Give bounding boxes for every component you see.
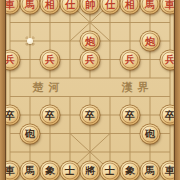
piece-red-soldier[interactable]: 兵 — [41, 50, 60, 69]
piece-label: 炮 — [81, 32, 100, 51]
piece-red-cannon[interactable]: 炮 — [81, 32, 100, 51]
piece-label: 馬 — [21, 161, 40, 180]
board-frame-left — [0, 0, 6, 180]
piece-label: 卒 — [81, 106, 100, 125]
piece-black-soldier[interactable]: 卒 — [81, 106, 100, 125]
xiangqi-board: 楚河 漢界 車馬相仕帥仕相馬車炮炮兵兵兵兵兵卒卒卒卒卒砲砲車馬象士將士象馬車 — [0, 0, 180, 180]
piece-label: 帥 — [81, 0, 100, 14]
piece-red-advisor[interactable]: 仕 — [61, 0, 80, 14]
piece-label: 仕 — [101, 0, 120, 14]
piece-black-elephant[interactable]: 象 — [121, 161, 140, 180]
piece-label: 砲 — [21, 124, 40, 143]
board-frame-right — [174, 0, 180, 180]
piece-red-horse[interactable]: 馬 — [141, 0, 160, 14]
river-label-right: 漢界 — [117, 80, 154, 95]
river-label-left: 楚河 — [28, 80, 65, 95]
piece-red-elephant[interactable]: 相 — [41, 0, 60, 14]
piece-red-soldier[interactable]: 兵 — [81, 50, 100, 69]
piece-label: 象 — [41, 161, 60, 180]
piece-black-general[interactable]: 將 — [81, 161, 100, 180]
piece-label: 士 — [101, 161, 120, 180]
piece-label: 象 — [121, 161, 140, 180]
piece-label: 馬 — [141, 0, 160, 14]
piece-black-advisor[interactable]: 士 — [61, 161, 80, 180]
piece-red-cannon[interactable]: 炮 — [141, 32, 160, 51]
piece-black-advisor[interactable]: 士 — [101, 161, 120, 180]
piece-label: 兵 — [81, 50, 100, 69]
piece-red-advisor[interactable]: 仕 — [101, 0, 120, 14]
piece-red-elephant[interactable]: 相 — [121, 0, 140, 14]
piece-label: 炮 — [141, 32, 160, 51]
piece-black-soldier[interactable]: 卒 — [41, 106, 60, 125]
piece-label: 相 — [41, 0, 60, 14]
piece-red-horse[interactable]: 馬 — [21, 0, 40, 14]
piece-label: 卒 — [41, 106, 60, 125]
piece-label: 士 — [61, 161, 80, 180]
last-move-origin-dot — [27, 38, 33, 44]
piece-label: 兵 — [121, 50, 140, 69]
piece-label: 馬 — [21, 0, 40, 14]
piece-label: 卒 — [121, 106, 140, 125]
piece-label: 仕 — [61, 0, 80, 14]
piece-black-cannon[interactable]: 砲 — [21, 124, 40, 143]
piece-label: 兵 — [41, 50, 60, 69]
piece-black-cannon[interactable]: 砲 — [141, 124, 160, 143]
piece-red-soldier[interactable]: 兵 — [121, 50, 140, 69]
piece-label: 將 — [81, 161, 100, 180]
piece-label: 馬 — [141, 161, 160, 180]
piece-black-soldier[interactable]: 卒 — [121, 106, 140, 125]
piece-black-horse[interactable]: 馬 — [141, 161, 160, 180]
piece-label: 相 — [121, 0, 140, 14]
piece-black-horse[interactable]: 馬 — [21, 161, 40, 180]
piece-black-elephant[interactable]: 象 — [41, 161, 60, 180]
piece-red-general[interactable]: 帥 — [81, 0, 100, 14]
piece-label: 砲 — [141, 124, 160, 143]
